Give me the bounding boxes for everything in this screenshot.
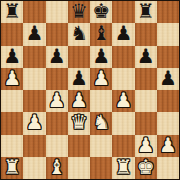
square-c8[interactable] xyxy=(46,1,68,23)
square-a6[interactable]: ♟ xyxy=(1,46,23,68)
square-b1[interactable] xyxy=(23,157,45,179)
white-rook[interactable]: ♜ xyxy=(3,157,21,178)
square-c7[interactable] xyxy=(46,23,68,45)
square-b7[interactable]: ♟ xyxy=(23,23,45,45)
square-a5[interactable]: ♟ xyxy=(1,68,23,90)
square-d4[interactable]: ♟ xyxy=(68,90,90,112)
black-pawn[interactable]: ♟ xyxy=(25,23,43,44)
white-bishop[interactable]: ♝ xyxy=(48,157,66,178)
square-e2[interactable] xyxy=(90,135,112,157)
square-c4[interactable]: ♟ xyxy=(46,90,68,112)
square-c3[interactable] xyxy=(46,112,68,134)
square-b8[interactable] xyxy=(23,1,45,23)
square-h4[interactable] xyxy=(157,90,179,112)
square-d6[interactable] xyxy=(68,46,90,68)
square-c2[interactable] xyxy=(46,135,68,157)
square-f7[interactable]: ♟ xyxy=(112,23,134,45)
square-e4[interactable] xyxy=(90,90,112,112)
square-g7[interactable] xyxy=(135,23,157,45)
black-pawn[interactable]: ♟ xyxy=(92,46,110,67)
white-pawn[interactable]: ♟ xyxy=(70,90,88,111)
black-pawn[interactable]: ♟ xyxy=(70,68,88,89)
square-d5[interactable]: ♟ xyxy=(68,68,90,90)
square-f6[interactable] xyxy=(112,46,134,68)
black-pawn[interactable]: ♟ xyxy=(48,46,66,67)
square-e5[interactable]: ♟ xyxy=(90,68,112,90)
square-f1[interactable]: ♜ xyxy=(112,157,134,179)
square-b4[interactable] xyxy=(23,90,45,112)
black-knight[interactable]: ♞ xyxy=(70,23,88,44)
square-b6[interactable] xyxy=(23,46,45,68)
white-pawn[interactable]: ♟ xyxy=(114,90,132,111)
white-knight[interactable]: ♞ xyxy=(92,112,110,133)
square-h2[interactable]: ♟ xyxy=(157,135,179,157)
black-pawn[interactable]: ♟ xyxy=(137,46,155,67)
square-c5[interactable] xyxy=(46,68,68,90)
square-d3[interactable]: ♛ xyxy=(68,112,90,134)
black-rook[interactable]: ♜ xyxy=(3,1,21,22)
white-king[interactable]: ♚ xyxy=(137,157,155,178)
square-h6[interactable] xyxy=(157,46,179,68)
square-f8[interactable] xyxy=(112,1,134,23)
square-d1[interactable] xyxy=(68,157,90,179)
square-b2[interactable] xyxy=(23,135,45,157)
square-d8[interactable]: ♛ xyxy=(68,1,90,23)
white-pawn[interactable]: ♟ xyxy=(92,68,110,89)
square-g3[interactable] xyxy=(135,112,157,134)
square-h8[interactable] xyxy=(157,1,179,23)
square-g6[interactable]: ♟ xyxy=(135,46,157,68)
square-e7[interactable]: ♝ xyxy=(90,23,112,45)
square-a2[interactable] xyxy=(1,135,23,157)
square-e8[interactable]: ♚ xyxy=(90,1,112,23)
square-h5[interactable]: ♟ xyxy=(157,68,179,90)
square-a3[interactable] xyxy=(1,112,23,134)
square-g5[interactable] xyxy=(135,68,157,90)
white-pawn[interactable]: ♟ xyxy=(48,90,66,111)
square-e1[interactable] xyxy=(90,157,112,179)
square-h3[interactable] xyxy=(157,112,179,134)
square-h1[interactable] xyxy=(157,157,179,179)
square-c1[interactable]: ♝ xyxy=(46,157,68,179)
white-pawn[interactable]: ♟ xyxy=(159,135,177,156)
black-bishop[interactable]: ♝ xyxy=(92,23,110,44)
white-rook[interactable]: ♜ xyxy=(114,157,132,178)
square-f4[interactable]: ♟ xyxy=(112,90,134,112)
square-b3[interactable]: ♟ xyxy=(23,112,45,134)
square-f5[interactable] xyxy=(112,68,134,90)
black-queen[interactable]: ♛ xyxy=(70,1,88,22)
black-rook[interactable]: ♜ xyxy=(137,1,155,22)
black-king[interactable]: ♚ xyxy=(92,1,110,22)
square-a1[interactable]: ♜ xyxy=(1,157,23,179)
square-e6[interactable]: ♟ xyxy=(90,46,112,68)
square-b5[interactable] xyxy=(23,68,45,90)
square-e3[interactable]: ♞ xyxy=(90,112,112,134)
white-queen[interactable]: ♛ xyxy=(70,112,88,133)
chess-board: ♜♛♚♜♟♞♝♟♟♟♟♟♟♟♟♟♟♟♟♟♛♞♟♟♜♝♜♚ xyxy=(0,0,180,180)
square-d7[interactable]: ♞ xyxy=(68,23,90,45)
white-pawn[interactable]: ♟ xyxy=(137,135,155,156)
square-d2[interactable] xyxy=(68,135,90,157)
black-pawn[interactable]: ♟ xyxy=(114,23,132,44)
black-pawn[interactable]: ♟ xyxy=(3,46,21,67)
square-a7[interactable] xyxy=(1,23,23,45)
black-pawn[interactable]: ♟ xyxy=(159,68,177,89)
white-pawn[interactable]: ♟ xyxy=(25,112,43,133)
white-pawn[interactable]: ♟ xyxy=(3,68,21,89)
square-a8[interactable]: ♜ xyxy=(1,1,23,23)
square-c6[interactable]: ♟ xyxy=(46,46,68,68)
square-g1[interactable]: ♚ xyxy=(135,157,157,179)
square-f3[interactable] xyxy=(112,112,134,134)
square-h7[interactable] xyxy=(157,23,179,45)
square-a4[interactable] xyxy=(1,90,23,112)
square-g2[interactable]: ♟ xyxy=(135,135,157,157)
square-f2[interactable] xyxy=(112,135,134,157)
square-g4[interactable] xyxy=(135,90,157,112)
square-g8[interactable]: ♜ xyxy=(135,1,157,23)
